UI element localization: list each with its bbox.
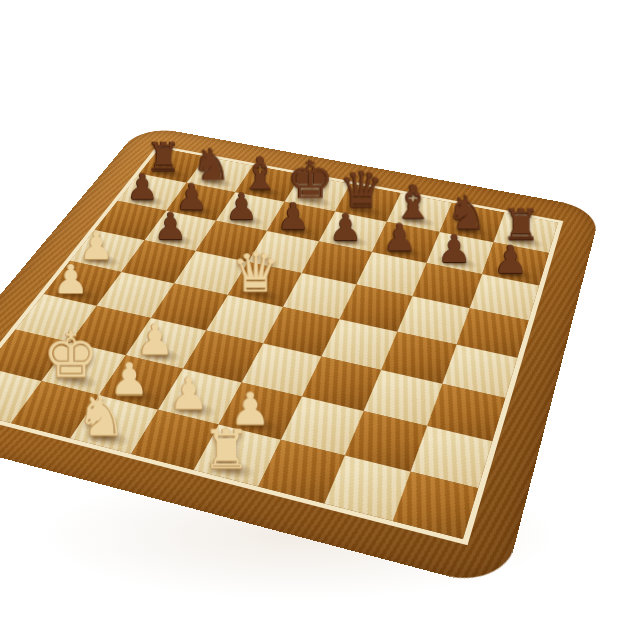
piece-black-pawn[interactable]: ♟ [215,188,269,225]
piece-black-pawn[interactable]: ♟ [143,207,198,245]
piece-black-pawn[interactable]: ♟ [482,240,539,279]
piece-white-rook[interactable]: ♜ [192,423,261,477]
chess-board: ♜♞♝♚♛♝♞♜♟♟♟♟♟♟♟♟♟♟♛♟♟♚♟♟♟♞♜ [0,145,563,545]
chess-set-photo: ♜♞♝♚♛♝♞♜♟♟♟♟♟♟♟♟♟♟♛♟♟♚♟♟♟♞♜ [0,0,624,625]
piece-white-pawn[interactable]: ♟ [156,371,221,415]
piece-white-king[interactable]: ♚ [39,324,103,387]
square-h5[interactable] [457,308,529,358]
square-h1[interactable] [393,472,478,539]
piece-white-pawn[interactable]: ♟ [42,259,101,299]
piece-black-pawn[interactable]: ♟ [426,229,483,267]
piece-white-knight[interactable]: ♞ [68,388,135,445]
square-a4[interactable]: ♟ [44,261,122,306]
piece-black-pawn[interactable]: ♟ [318,208,373,246]
piece-black-pawn[interactable]: ♟ [266,198,321,235]
piece-white-queen[interactable]: ♛ [227,245,286,300]
piece-black-pawn[interactable]: ♟ [116,169,169,205]
piece-black-pawn[interactable]: ♟ [372,218,428,256]
